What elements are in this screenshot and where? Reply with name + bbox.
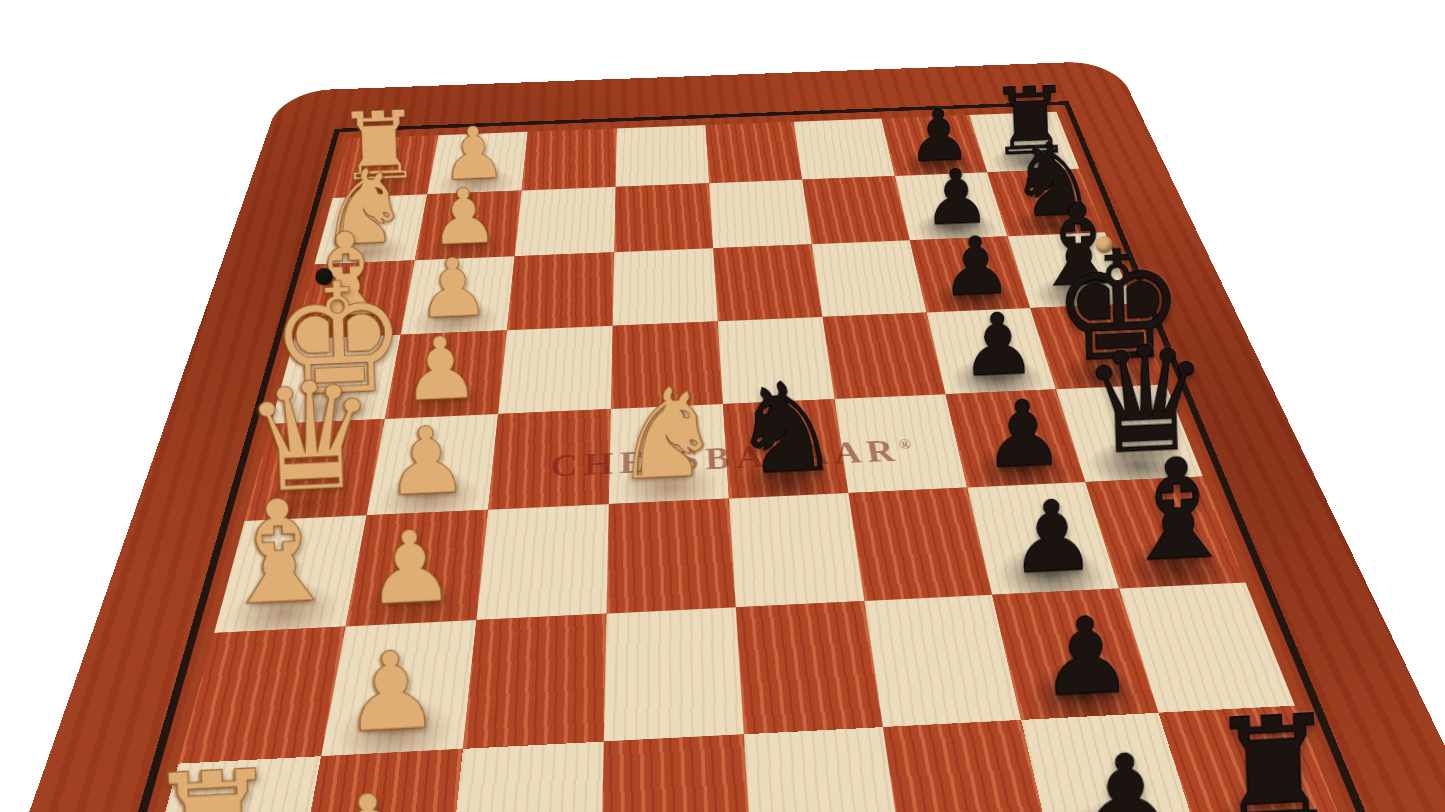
square-d1: [600, 734, 753, 812]
square-c8: [521, 128, 616, 190]
black-rook-h1: ♜: [1196, 693, 1349, 812]
black-pawn-g2: ♟: [1015, 600, 1156, 713]
white-rook-a1: ♜: [133, 748, 294, 812]
square-f7: [802, 176, 910, 244]
square-c5: [498, 326, 613, 414]
square-b2: ♟: [320, 620, 475, 756]
square-c4: [488, 409, 611, 510]
square-e3: [728, 493, 863, 607]
white-ball-finial: [1095, 236, 1112, 253]
square-g3: ♟: [967, 482, 1119, 595]
white-pawn-b3: ♟: [343, 514, 477, 620]
square-g1: ♟: [1021, 713, 1205, 812]
square-f6: [811, 240, 926, 317]
white-pawn-b5: ♟: [382, 323, 498, 414]
square-e7: [709, 180, 812, 249]
chess-board: ♜♟♟♜♞♟♟♞♝♟♟♝♚♟♟♚♛♟♞♞♟♛♝♟♟♝♟♟♜♟♟♜ CHESSBA…: [0, 61, 1445, 812]
square-c3: [476, 504, 608, 620]
square-d7: [614, 183, 713, 252]
black-ball-finial: [315, 268, 333, 286]
square-b4: ♟: [366, 414, 498, 515]
square-f3: [848, 487, 992, 601]
white-knight-d4: ♞: [604, 369, 728, 498]
square-f8: [793, 118, 894, 179]
square-e6: [713, 244, 822, 321]
square-d8: [615, 125, 709, 187]
white-pawn-b2: ♟: [318, 634, 463, 749]
product-photo: ♜♟♟♜♞♟♟♞♝♟♟♝♚♟♟♚♛♟♞♞♟♛♝♟♟♝♟♟♜♟♟♜ CHESSBA…: [0, 0, 1445, 812]
black-bishop-h3: ♝: [1112, 438, 1243, 582]
board-frame: ♜♟♟♜♞♟♟♞♝♟♟♝♚♟♟♚♛♟♞♞♟♛♝♟♟♝♟♟♜♟♟♜: [0, 61, 1445, 812]
white-bishop-a3: ♝: [210, 479, 346, 627]
square-c6: [506, 252, 613, 330]
square-d6: [612, 248, 717, 326]
black-pawn-g1: ♟: [1049, 736, 1202, 812]
black-pawn-g3: ♟: [987, 485, 1117, 589]
square-c1: [446, 742, 603, 812]
white-pawn-b4: ♟: [364, 412, 488, 510]
board-grid: ♜♟♟♜♞♟♟♞♝♟♟♝♚♟♟♚♛♟♞♞♟♛♝♟♟♝♟♟♜♟♟♜: [136, 112, 1353, 812]
square-e1: [743, 727, 904, 812]
square-f1: [882, 720, 1054, 812]
square-b3: ♟: [345, 510, 487, 627]
square-g4: ♟: [945, 389, 1085, 487]
black-pawn-g5: ♟: [941, 300, 1054, 390]
square-c7: [514, 187, 615, 256]
scene: ♜♟♟♜♞♟♟♞♝♟♟♝♚♟♟♚♛♟♞♞♟♛♝♟♟♝♟♟♜♟♟♜ CHESSBA…: [0, 0, 1445, 812]
square-b1: ♟: [291, 749, 462, 812]
square-e8: [705, 122, 802, 184]
square-d2: [603, 607, 743, 741]
black-knight-e4: ♞: [724, 364, 847, 493]
square-d4: ♞: [608, 404, 728, 504]
square-g2: ♟: [992, 589, 1158, 720]
white-pawn-b1: ♟: [289, 775, 447, 812]
square-e2: [735, 601, 882, 734]
board-inlay-line: ♜♟♟♜♞♟♟♞♝♟♟♝♚♟♟♚♛♟♞♞♟♛♝♟♟♝♟♟♜♟♟♜: [97, 101, 1393, 812]
square-e4: ♞: [722, 399, 847, 498]
square-d3: [606, 498, 735, 613]
square-c2: [462, 614, 606, 749]
black-pawn-g4: ♟: [962, 386, 1083, 482]
